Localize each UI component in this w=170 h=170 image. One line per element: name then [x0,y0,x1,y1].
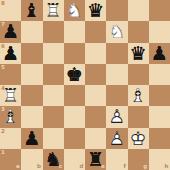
square-d1[interactable]: d [64,149,85,170]
square-f8[interactable] [106,0,127,21]
black-piece-glyph: ♝ [21,0,42,21]
square-d8[interactable]: ♞♘ [64,0,85,21]
square-h6[interactable]: ♟ [149,43,170,64]
square-g2[interactable]: ♚♔ [128,128,149,149]
square-e6[interactable] [85,43,106,64]
rank-label-8: 8 [1,1,5,7]
square-c5[interactable] [43,64,64,85]
square-d7[interactable] [64,21,85,42]
white-piece-outline: ♙ [106,106,127,127]
square-g6[interactable]: ♛ [128,43,149,64]
white-knight-piece[interactable]: ♞♘ [64,0,85,21]
square-h7[interactable] [149,21,170,42]
square-b8[interactable]: ♝ [21,0,42,21]
square-f2[interactable]: ♟♙ [106,128,127,149]
square-c6[interactable] [43,43,64,64]
black-piece-glyph: ♟ [149,43,170,64]
square-c2[interactable] [43,128,64,149]
square-e4[interactable] [85,85,106,106]
square-h1[interactable]: h [149,149,170,170]
white-piece-outline: ♖ [0,85,21,106]
rank-label-1: 1 [1,150,5,156]
square-a7[interactable]: 7♟ [0,21,21,42]
square-c3[interactable] [43,106,64,127]
white-piece-outline: ♔ [128,128,149,149]
square-b3[interactable] [21,106,42,127]
white-rook-piece[interactable]: ♜♖ [43,0,64,21]
square-a1[interactable]: 1a [0,149,21,170]
square-e3[interactable] [85,106,106,127]
file-label-f: f [124,164,126,170]
white-pawn-piece[interactable]: ♟♙ [106,128,127,149]
black-rook-piece[interactable]: ♜ [85,149,106,170]
square-h8[interactable] [149,0,170,21]
square-f6[interactable] [106,43,127,64]
square-b1[interactable]: b [21,149,42,170]
square-a2[interactable]: 2 [0,128,21,149]
square-h2[interactable] [149,128,170,149]
square-g4[interactable]: ♝♗ [128,85,149,106]
black-pawn-piece[interactable]: ♟ [0,43,21,64]
rank-label-5: 5 [1,65,5,71]
file-label-d: d [80,164,84,170]
black-piece-glyph: ♟ [0,43,21,64]
white-piece-outline: ♖ [43,0,64,21]
black-piece-glyph: ♞ [43,149,64,170]
black-pawn-piece[interactable]: ♟ [0,21,21,42]
file-label-b: b [37,164,41,170]
black-queen-piece[interactable]: ♛ [128,43,149,64]
square-f1[interactable]: f [106,149,127,170]
file-label-h: h [165,164,169,170]
black-pawn-piece[interactable]: ♟ [149,43,170,64]
white-piece-outline: ♗ [0,106,21,127]
square-g3[interactable] [128,106,149,127]
white-king-piece[interactable]: ♚♔ [128,128,149,149]
square-c1[interactable]: c♞ [43,149,64,170]
white-piece-outline: ♘ [64,0,85,21]
white-rook-piece[interactable]: ♜♖ [0,85,21,106]
square-a4[interactable]: 4♜♖ [0,85,21,106]
square-e5[interactable] [85,64,106,85]
square-h4[interactable] [149,85,170,106]
square-e8[interactable]: ♛ [85,0,106,21]
square-d6[interactable] [64,43,85,64]
white-piece-outline: ♙ [106,128,127,149]
square-h5[interactable] [149,64,170,85]
square-f4[interactable] [106,85,127,106]
square-b5[interactable] [21,64,42,85]
square-a8[interactable]: 8 [0,0,21,21]
white-pawn-piece[interactable]: ♟♙ [106,106,127,127]
square-d4[interactable] [64,85,85,106]
chess-board: 8♝♜♖♞♘♛7♟♞♘6♟♛♟5♚4♜♖♝♗3♝♗♟♙2♟♟♙♚♔1abc♞de… [0,0,170,170]
white-piece-outline: ♗ [128,85,149,106]
black-pawn-piece[interactable]: ♟ [21,128,42,149]
square-c8[interactable]: ♜♖ [43,0,64,21]
square-b7[interactable] [21,21,42,42]
white-knight-piece[interactable]: ♞♘ [106,21,127,42]
square-f3[interactable]: ♟♙ [106,106,127,127]
square-e7[interactable] [85,21,106,42]
square-e1[interactable]: e♜ [85,149,106,170]
file-label-g: g [143,164,147,170]
black-piece-glyph: ♟ [21,128,42,149]
square-f7[interactable]: ♞♘ [106,21,127,42]
square-g1[interactable]: g [128,149,149,170]
square-c7[interactable] [43,21,64,42]
square-g8[interactable] [128,0,149,21]
square-d5[interactable]: ♚ [64,64,85,85]
black-bishop-piece[interactable]: ♝ [21,0,42,21]
square-c4[interactable] [43,85,64,106]
black-piece-glyph: ♟ [0,21,21,42]
square-b2[interactable]: ♟ [21,128,42,149]
square-a5[interactable]: 5 [0,64,21,85]
square-d3[interactable] [64,106,85,127]
black-piece-glyph: ♜ [85,149,106,170]
square-b4[interactable] [21,85,42,106]
white-piece-outline: ♘ [106,21,127,42]
black-king-piece[interactable]: ♚ [64,64,85,85]
rank-label-2: 2 [1,129,5,135]
black-knight-piece[interactable]: ♞ [43,149,64,170]
square-a6[interactable]: 6♟ [0,43,21,64]
square-b6[interactable] [21,43,42,64]
black-piece-glyph: ♛ [128,43,149,64]
square-h3[interactable] [149,106,170,127]
white-bishop-piece[interactable]: ♝♗ [128,85,149,106]
black-queen-piece[interactable]: ♛ [85,0,106,21]
square-e2[interactable] [85,128,106,149]
black-piece-glyph: ♛ [85,0,106,21]
square-g7[interactable] [128,21,149,42]
square-f5[interactable] [106,64,127,85]
square-a3[interactable]: 3♝♗ [0,106,21,127]
black-piece-glyph: ♚ [64,64,85,85]
white-bishop-piece[interactable]: ♝♗ [0,106,21,127]
file-label-a: a [16,164,20,170]
square-d2[interactable] [64,128,85,149]
square-g5[interactable] [128,64,149,85]
